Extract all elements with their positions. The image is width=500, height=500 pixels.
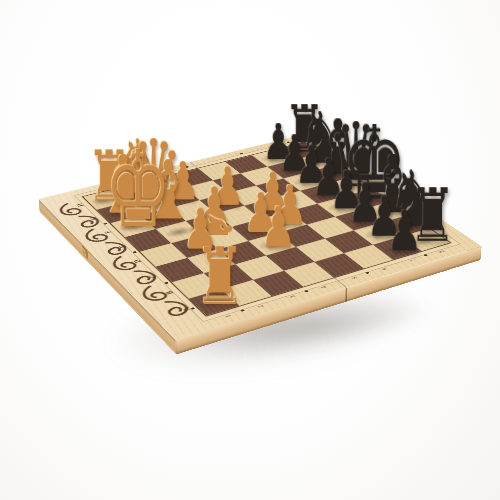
piece-white-rook[interactable]: ♜ (143, 246, 297, 308)
screw-icon (304, 290, 309, 293)
rank-label-5: 5 (350, 276, 359, 280)
rank-label-7: 7 (409, 258, 418, 261)
rank-label-6: 6 (380, 267, 389, 271)
screw-icon (240, 309, 245, 312)
rank-label-4: 4 (319, 285, 328, 289)
screw-icon (365, 272, 370, 274)
brass-clasp-icon (82, 246, 88, 260)
studio-backdrop: ♜♞♟♜♝♛♟♟♞♚♝♟♟♝♞♟♟♟♛♟♟♟♟♚♟♟♝♟♞♜♟♜ ABCDEFG… (0, 0, 500, 500)
fold-seam-edge (345, 288, 347, 302)
rank-label-1: 1 (223, 314, 232, 318)
piece-black-pawn[interactable]: ♟ (333, 209, 477, 253)
screw-icon (423, 254, 428, 256)
